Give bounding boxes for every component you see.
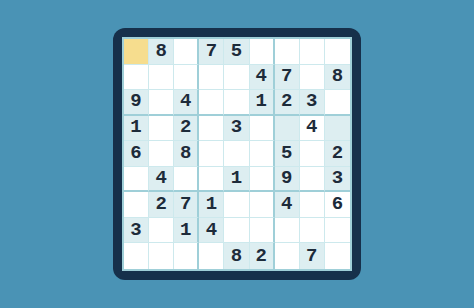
cell-r6c2[interactable]: 4 <box>149 167 174 193</box>
cell-r5c7[interactable]: 5 <box>275 141 300 167</box>
cell-r8c4[interactable]: 4 <box>199 218 224 244</box>
cell-r1c8[interactable] <box>300 39 325 65</box>
sudoku-grid: 8754789412312346852419327146314827 <box>122 37 352 271</box>
cell-r3c2[interactable] <box>149 90 174 116</box>
cell-r3c4[interactable] <box>199 90 224 116</box>
cell-r8c3[interactable]: 1 <box>174 218 199 244</box>
cell-r5c3[interactable]: 8 <box>174 141 199 167</box>
board-frame: 8754789412312346852419327146314827 <box>113 28 361 280</box>
cell-r2c7[interactable]: 7 <box>275 65 300 91</box>
cell-r7c5[interactable] <box>224 192 249 218</box>
cell-r6c3[interactable] <box>174 167 199 193</box>
cell-r1c3[interactable] <box>174 39 199 65</box>
cell-r6c6[interactable] <box>250 167 275 193</box>
cell-r3c9[interactable] <box>325 90 350 116</box>
cell-r6c4[interactable] <box>199 167 224 193</box>
cell-r6c9[interactable]: 3 <box>325 167 350 193</box>
cell-r9c6[interactable]: 2 <box>250 243 275 269</box>
cell-r8c5[interactable] <box>224 218 249 244</box>
cell-r5c1[interactable]: 6 <box>124 141 149 167</box>
cell-r1c2[interactable]: 8 <box>149 39 174 65</box>
cell-r3c7[interactable]: 2 <box>275 90 300 116</box>
cell-r1c7[interactable] <box>275 39 300 65</box>
cell-r6c7[interactable]: 9 <box>275 167 300 193</box>
cell-r9c8[interactable]: 7 <box>300 243 325 269</box>
cell-r9c7[interactable] <box>275 243 300 269</box>
cell-r3c8[interactable]: 3 <box>300 90 325 116</box>
cell-r1c1[interactable] <box>124 39 149 65</box>
cell-r8c6[interactable] <box>250 218 275 244</box>
cell-r8c7[interactable] <box>275 218 300 244</box>
cell-r2c3[interactable] <box>174 65 199 91</box>
cell-r2c6[interactable]: 4 <box>250 65 275 91</box>
cell-r3c3[interactable]: 4 <box>174 90 199 116</box>
cell-r4c9[interactable] <box>325 116 350 142</box>
cell-r5c8[interactable] <box>300 141 325 167</box>
cell-r4c2[interactable] <box>149 116 174 142</box>
cell-r1c9[interactable] <box>325 39 350 65</box>
cell-r7c4[interactable]: 1 <box>199 192 224 218</box>
cell-r5c5[interactable] <box>224 141 249 167</box>
cell-r4c5[interactable]: 3 <box>224 116 249 142</box>
page-background: { "game": "sudoku", "board": { "size": 9… <box>0 0 474 308</box>
cell-r7c2[interactable]: 2 <box>149 192 174 218</box>
cell-r7c1[interactable] <box>124 192 149 218</box>
cell-r6c1[interactable] <box>124 167 149 193</box>
cell-r8c2[interactable] <box>149 218 174 244</box>
cell-r7c6[interactable] <box>250 192 275 218</box>
cell-r7c8[interactable] <box>300 192 325 218</box>
cell-r4c3[interactable]: 2 <box>174 116 199 142</box>
cell-r7c9[interactable]: 6 <box>325 192 350 218</box>
cell-r5c9[interactable]: 2 <box>325 141 350 167</box>
cell-r3c6[interactable]: 1 <box>250 90 275 116</box>
cell-r7c7[interactable]: 4 <box>275 192 300 218</box>
cell-r1c4[interactable]: 7 <box>199 39 224 65</box>
cell-r2c2[interactable] <box>149 65 174 91</box>
cell-r2c4[interactable] <box>199 65 224 91</box>
cell-r9c4[interactable] <box>199 243 224 269</box>
cell-r3c1[interactable]: 9 <box>124 90 149 116</box>
cell-r9c3[interactable] <box>174 243 199 269</box>
cell-r4c6[interactable] <box>250 116 275 142</box>
cell-r4c4[interactable] <box>199 116 224 142</box>
cell-r5c2[interactable] <box>149 141 174 167</box>
cell-r6c5[interactable]: 1 <box>224 167 249 193</box>
cell-r2c8[interactable] <box>300 65 325 91</box>
cell-r6c8[interactable] <box>300 167 325 193</box>
cell-r9c2[interactable] <box>149 243 174 269</box>
cell-r9c9[interactable] <box>325 243 350 269</box>
cell-r4c1[interactable]: 1 <box>124 116 149 142</box>
cell-r2c1[interactable] <box>124 65 149 91</box>
cell-r1c6[interactable] <box>250 39 275 65</box>
cell-r8c9[interactable] <box>325 218 350 244</box>
cell-r4c7[interactable] <box>275 116 300 142</box>
cell-r9c5[interactable]: 8 <box>224 243 249 269</box>
cell-r7c3[interactable]: 7 <box>174 192 199 218</box>
cell-r9c1[interactable] <box>124 243 149 269</box>
cell-r3c5[interactable] <box>224 90 249 116</box>
cell-r1c5[interactable]: 5 <box>224 39 249 65</box>
cell-r5c4[interactable] <box>199 141 224 167</box>
cell-r8c1[interactable]: 3 <box>124 218 149 244</box>
cell-r4c8[interactable]: 4 <box>300 116 325 142</box>
cell-r2c9[interactable]: 8 <box>325 65 350 91</box>
cell-r5c6[interactable] <box>250 141 275 167</box>
cell-r8c8[interactable] <box>300 218 325 244</box>
cell-r2c5[interactable] <box>224 65 249 91</box>
